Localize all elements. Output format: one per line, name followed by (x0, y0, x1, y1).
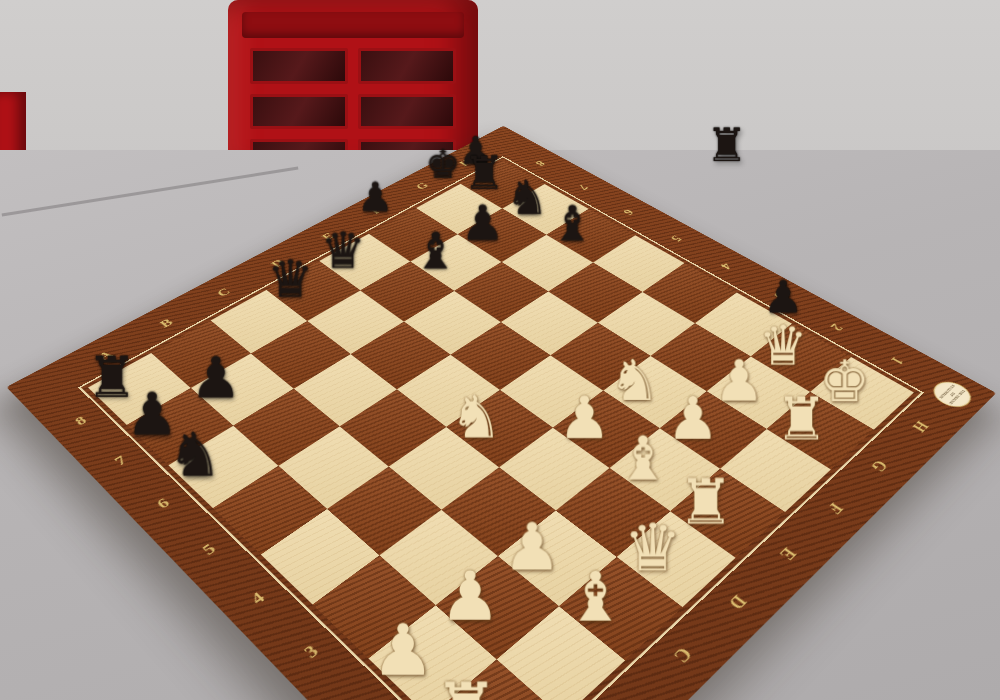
label-file-east-D: D (723, 591, 751, 614)
black-bishop[interactable]: ♝ (541, 200, 605, 249)
label-file-west-C: C (213, 286, 233, 299)
label-file-east-H: H (908, 418, 934, 436)
captured-black-king[interactable]: ♚ (425, 144, 457, 183)
label-rank-north-1: 1 (887, 354, 909, 367)
label-file-west-G: G (413, 180, 432, 191)
label-file-east-E: E (775, 543, 802, 563)
logo-text: THE HOUSE OF STAUNTON (936, 382, 969, 407)
label-rank-north-4: 4 (717, 261, 736, 272)
label-file-west-B: B (156, 316, 176, 330)
board-perspective-wrapper: ♜♞♝♛♚♟♟♜♝♞♟♛♟♝♜♛♞♛♟♝♟♟♜♟♞♟♜ THE HOUSE OF… (0, 0, 1000, 700)
captured-black-rook-on-table[interactable]: ♜ (706, 118, 747, 172)
label-rank-south-6: 6 (153, 495, 173, 512)
black-pawn[interactable]: ♟ (179, 350, 253, 407)
label-rank-south-4: 4 (247, 589, 269, 609)
white-knight[interactable]: ♞ (438, 388, 515, 447)
label-rank-north-7: 7 (574, 182, 591, 191)
scene: ♜♞♝♛♚♟♟♜♝♞♟♛♟♝♜♛♞♛♟♝♟♟♜♟♞♟♜ THE HOUSE OF… (0, 0, 1000, 700)
label-rank-north-5: 5 (667, 233, 685, 244)
label-file-east-G: G (866, 456, 892, 475)
black-bishop[interactable]: ♝ (403, 226, 468, 276)
label-rank-south-8: 8 (71, 414, 89, 429)
square-b5[interactable] (279, 426, 389, 509)
label-rank-south-7: 7 (111, 453, 130, 469)
label-rank-south-5: 5 (198, 540, 219, 559)
label-file-east-C: C (668, 643, 697, 668)
black-queen[interactable]: ♛ (257, 254, 324, 306)
label-rank-north-2: 2 (827, 321, 848, 334)
label-file-east-F: F (823, 499, 848, 517)
black-knight[interactable]: ♞ (156, 425, 235, 486)
label-rank-south-3: 3 (300, 642, 324, 664)
board-grid: ♜♞♝♛♚♟♟♜♝♞♟♛♟♝♜♛♞♛♟♝♟♟♜♟♞♟♜ (88, 161, 914, 700)
captured-black-pawn[interactable]: ♟ (357, 176, 391, 216)
white-bishop[interactable]: ♝ (551, 564, 640, 632)
chess-board: ♜♞♝♛♚♟♟♜♝♞♟♛♟♝♜♛♞♛♟♝♟♟♜♟♞♟♜ THE HOUSE OF… (6, 126, 996, 700)
house-of-staunton-logo: THE HOUSE OF STAUNTON (927, 377, 978, 413)
label-rank-north-6: 6 (619, 207, 636, 217)
captured-black-pawn[interactable]: ♟ (763, 274, 800, 319)
label-rank-north-8: 8 (532, 159, 548, 168)
square-a6[interactable]: ♞ (169, 426, 279, 509)
white-rook[interactable]: ♜ (418, 673, 514, 700)
white-rook[interactable]: ♜ (763, 390, 840, 449)
